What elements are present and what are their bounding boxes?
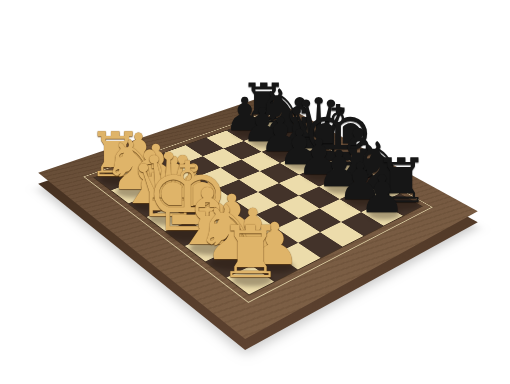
black-pawn-h7[interactable]: ♟ [359,168,406,220]
chess-set-photo: ♜♞♝♛♚♝♞♜♟♟♟♟♟♟♟♟♟♟♟♟♟♟♟♟♜♞♝♛♚♝♞♜ [0,0,510,384]
pieces-layer: ♜♞♝♛♚♝♞♜♟♟♟♟♟♟♟♟♟♟♟♟♟♟♟♟♜♞♝♛♚♝♞♜ [0,0,510,384]
white-rook-h1[interactable]: ♜ [218,217,282,288]
